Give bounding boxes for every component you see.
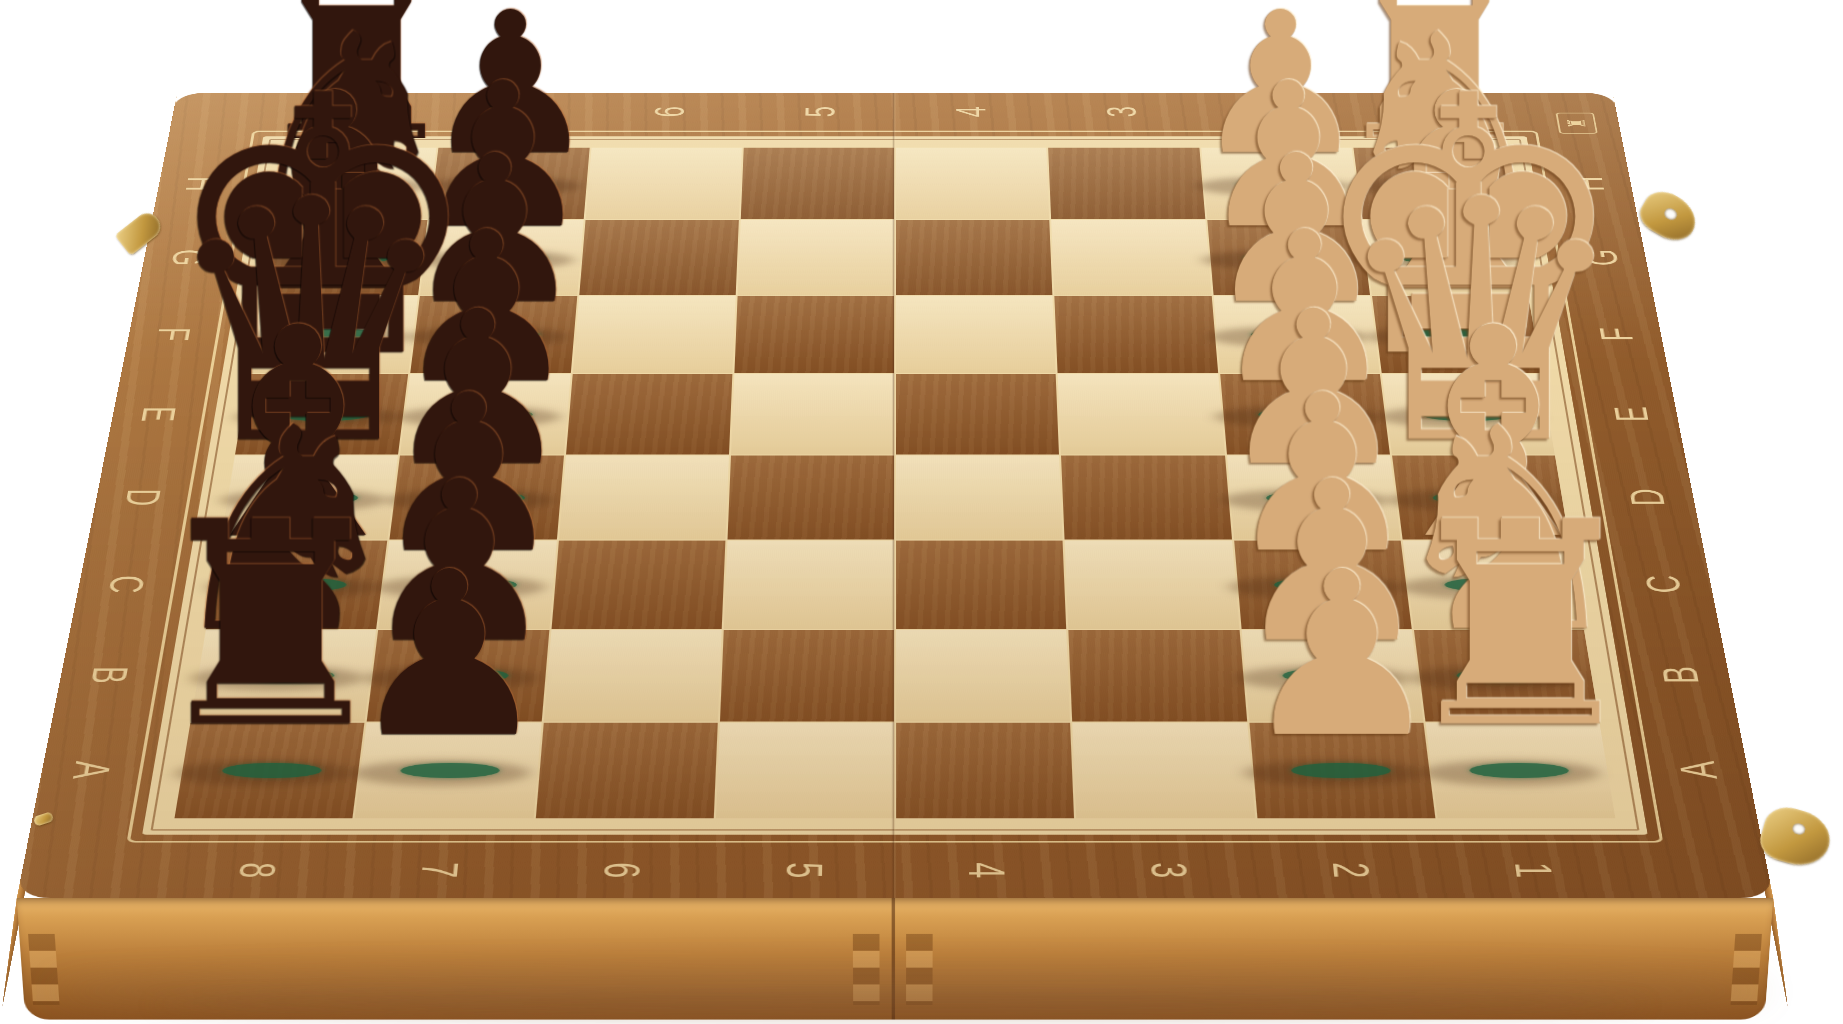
coord-far-7: 7 <box>493 106 543 117</box>
piece-black-pawn-a7[interactable]: ♟ <box>232 551 665 778</box>
coord-far-3: 3 <box>1096 106 1146 117</box>
square-f5[interactable] <box>734 295 894 372</box>
finger-joint <box>28 934 59 1005</box>
coord-far-4: 4 <box>946 106 996 117</box>
square-e5[interactable] <box>731 374 894 455</box>
latch-hole <box>1662 206 1679 222</box>
square-g5[interactable] <box>737 220 894 294</box>
square-h3[interactable] <box>1048 148 1205 219</box>
perspective-scene: HHGGFFEEDDCCBBAA8877665544332211 ♜ ♜♟♟♜♞… <box>0 0 1843 1024</box>
latch-hole <box>1791 822 1807 836</box>
coord-far-1: 1 <box>1397 106 1448 117</box>
square-e4[interactable] <box>896 374 1059 455</box>
coord-far-6: 6 <box>644 106 694 117</box>
chess-board: HHGGFFEEDDCCBBAA8877665544332211 ♜ ♜♟♟♜♞… <box>17 93 1774 898</box>
piece-white-rook-a1[interactable]: ♜ <box>1303 497 1736 778</box>
rook-glyph: ♜ <box>1303 497 1736 756</box>
coord-far-5: 5 <box>795 106 845 117</box>
pawn-glyph: ♟ <box>232 551 665 760</box>
square-h4[interactable] <box>896 148 1050 219</box>
coord-far-8: 8 <box>342 106 393 117</box>
board-photo-stage: HHGGFFEEDDCCBBAA8877665544332211 ♜ ♜♟♟♜♞… <box>0 0 1843 1024</box>
square-h5[interactable] <box>741 148 895 219</box>
table-shadow-inner <box>150 997 1650 1013</box>
square-h6[interactable] <box>585 148 742 219</box>
square-g3[interactable] <box>1051 220 1211 294</box>
square-g4[interactable] <box>896 220 1053 294</box>
square-g6[interactable] <box>579 220 739 294</box>
square-f4[interactable] <box>896 295 1056 372</box>
coord-far-2: 2 <box>1247 106 1297 117</box>
